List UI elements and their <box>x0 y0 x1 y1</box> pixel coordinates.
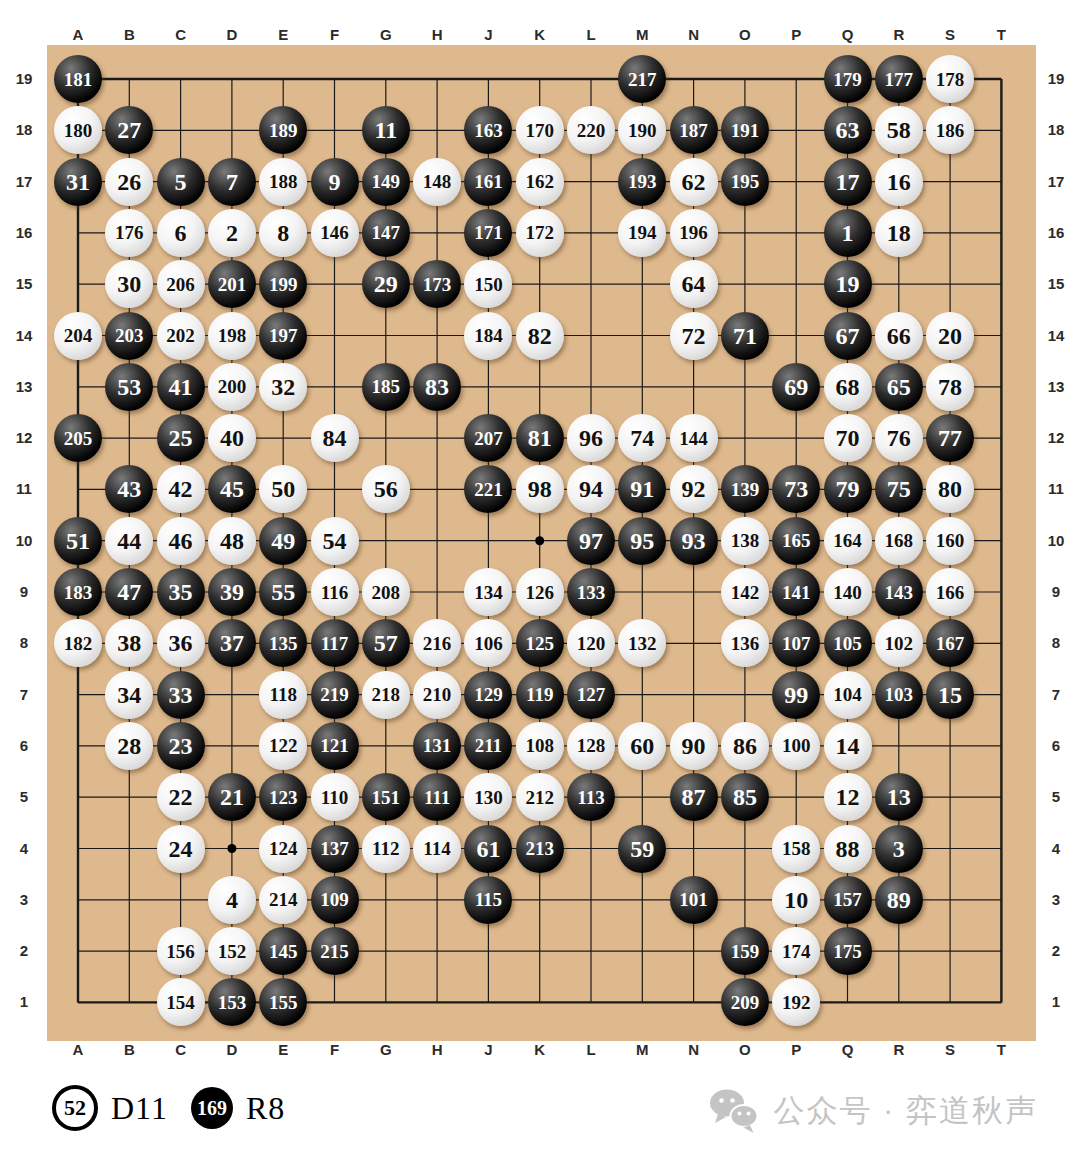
move-number: 153 <box>218 993 247 1012</box>
stone-R14: 66 <box>875 312 923 360</box>
move-number: 204 <box>64 326 93 345</box>
stone-O18: 191 <box>721 106 769 154</box>
move-number: 156 <box>166 942 195 961</box>
stone-D2: 152 <box>208 927 256 975</box>
move-number: 54 <box>323 529 347 553</box>
stone-D3: 4 <box>208 876 256 924</box>
column-label-bottom-G: G <box>371 1041 401 1058</box>
column-label-bottom-D: D <box>217 1041 247 1058</box>
stone-R9: 143 <box>875 568 923 616</box>
stone-F2: 215 <box>311 927 359 975</box>
move-number: 3 <box>893 837 905 861</box>
move-number: 28 <box>117 734 141 758</box>
move-number: 142 <box>731 583 760 602</box>
move-number: 129 <box>474 685 503 704</box>
move-number: 50 <box>271 477 295 501</box>
stone-O9: 142 <box>721 568 769 616</box>
move-number: 174 <box>782 942 811 961</box>
move-number: 95 <box>630 529 654 553</box>
stone-D14: 198 <box>208 312 256 360</box>
stone-B16: 176 <box>105 209 153 257</box>
row-label-right-1: 1 <box>1040 993 1072 1010</box>
row-label-left-2: 2 <box>8 942 40 959</box>
column-label-bottom-K: K <box>525 1041 555 1058</box>
row-label-right-12: 12 <box>1040 429 1072 446</box>
stone-G9: 208 <box>362 568 410 616</box>
move-number: 207 <box>474 429 503 448</box>
stone-C11: 42 <box>157 465 205 513</box>
move-number: 150 <box>474 275 503 294</box>
move-number: 131 <box>423 736 452 755</box>
move-number: 210 <box>423 685 452 704</box>
stone-J7: 129 <box>464 671 512 719</box>
move-number: 143 <box>885 583 914 602</box>
stone-C13: 41 <box>157 363 205 411</box>
stone-A10: 51 <box>54 517 102 565</box>
stone-N17: 62 <box>670 158 718 206</box>
move-number: 37 <box>220 631 244 655</box>
move-number: 33 <box>169 683 193 707</box>
stone-P3: 10 <box>772 876 820 924</box>
move-number: 63 <box>836 118 860 142</box>
move-number: 184 <box>474 326 503 345</box>
stone-G13: 185 <box>362 363 410 411</box>
row-label-left-6: 6 <box>8 737 40 754</box>
stone-C2: 156 <box>157 927 205 975</box>
stone-F17: 9 <box>311 158 359 206</box>
caption-black-point: R8 <box>246 1090 285 1127</box>
stone-D10: 48 <box>208 517 256 565</box>
move-number: 39 <box>220 580 244 604</box>
move-number: 24 <box>169 837 193 861</box>
move-number: 206 <box>166 275 195 294</box>
move-number: 58 <box>887 118 911 142</box>
move-number: 38 <box>117 631 141 655</box>
move-number: 179 <box>833 70 862 89</box>
move-number: 221 <box>474 480 503 499</box>
row-label-right-5: 5 <box>1040 788 1072 805</box>
move-number: 68 <box>836 375 860 399</box>
column-label-top-P: P <box>781 26 811 43</box>
stone-K18: 170 <box>516 106 564 154</box>
stone-G11: 56 <box>362 465 410 513</box>
stone-R7: 103 <box>875 671 923 719</box>
stone-Q11: 79 <box>824 465 872 513</box>
stone-N15: 64 <box>670 260 718 308</box>
move-number: 185 <box>372 377 401 396</box>
move-number: 154 <box>166 993 195 1012</box>
move-number: 194 <box>628 223 657 242</box>
move-number: 137 <box>320 839 349 858</box>
column-label-top-H: H <box>422 26 452 43</box>
move-number: 115 <box>475 890 502 909</box>
move-number: 94 <box>579 477 603 501</box>
move-number: 192 <box>782 993 811 1012</box>
move-number: 145 <box>269 942 298 961</box>
stone-R3: 89 <box>875 876 923 924</box>
move-number: 173 <box>423 275 452 294</box>
column-label-bottom-R: R <box>884 1041 914 1058</box>
stone-N16: 196 <box>670 209 718 257</box>
caption-white-move-number: 52 <box>64 1095 86 1121</box>
move-number: 23 <box>169 734 193 758</box>
move-number: 47 <box>117 580 141 604</box>
stone-L7: 127 <box>567 671 615 719</box>
move-number: 198 <box>218 326 247 345</box>
move-number: 160 <box>936 531 965 550</box>
stone-S13: 78 <box>926 363 974 411</box>
move-number: 100 <box>782 736 811 755</box>
stone-G17: 149 <box>362 158 410 206</box>
stone-M16: 194 <box>618 209 666 257</box>
stone-E2: 145 <box>259 927 307 975</box>
move-number: 121 <box>320 736 349 755</box>
move-number: 55 <box>271 580 295 604</box>
move-number: 139 <box>731 480 760 499</box>
stone-J14: 184 <box>464 312 512 360</box>
move-number: 135 <box>269 634 298 653</box>
column-label-bottom-H: H <box>422 1041 452 1058</box>
move-number: 216 <box>423 634 452 653</box>
stone-K9: 126 <box>516 568 564 616</box>
stone-R18: 58 <box>875 106 923 154</box>
move-number: 46 <box>169 529 193 553</box>
stone-D5: 21 <box>208 773 256 821</box>
stone-R4: 3 <box>875 825 923 873</box>
row-label-right-9: 9 <box>1040 583 1072 600</box>
stone-E17: 188 <box>259 158 307 206</box>
stone-G5: 151 <box>362 773 410 821</box>
column-label-bottom-F: F <box>320 1041 350 1058</box>
move-number: 107 <box>782 634 811 653</box>
stone-D12: 40 <box>208 414 256 462</box>
move-number: 90 <box>682 734 706 758</box>
row-label-right-14: 14 <box>1040 327 1072 344</box>
stone-Q13: 68 <box>824 363 872 411</box>
move-number: 201 <box>218 275 247 294</box>
move-number: 10 <box>784 888 808 912</box>
stone-M17: 193 <box>618 158 666 206</box>
stone-M10: 95 <box>618 517 666 565</box>
stone-F6: 121 <box>311 722 359 770</box>
move-number: 91 <box>630 477 654 501</box>
row-label-left-15: 15 <box>8 275 40 292</box>
move-number: 146 <box>320 223 349 242</box>
move-number: 7 <box>226 170 238 194</box>
stone-H6: 131 <box>413 722 461 770</box>
stone-G7: 218 <box>362 671 410 719</box>
stone-F8: 117 <box>311 619 359 667</box>
stone-J17: 161 <box>464 158 512 206</box>
move-number: 57 <box>374 631 398 655</box>
stone-P9: 141 <box>772 568 820 616</box>
stone-K14: 82 <box>516 312 564 360</box>
row-label-left-3: 3 <box>8 891 40 908</box>
move-number: 158 <box>782 839 811 858</box>
stone-C17: 5 <box>157 158 205 206</box>
stone-Q10: 164 <box>824 517 872 565</box>
column-label-bottom-J: J <box>473 1041 503 1058</box>
stone-H17: 148 <box>413 158 461 206</box>
move-number: 215 <box>320 942 349 961</box>
stone-A8: 182 <box>54 619 102 667</box>
move-number: 182 <box>64 634 93 653</box>
move-number: 87 <box>682 785 706 809</box>
column-label-bottom-M: M <box>627 1041 657 1058</box>
move-number: 217 <box>628 70 657 89</box>
column-label-top-T: T <box>986 26 1016 43</box>
move-number: 183 <box>64 583 93 602</box>
move-number: 64 <box>682 272 706 296</box>
move-number: 85 <box>733 785 757 809</box>
caption-white-point: D11 <box>111 1090 168 1127</box>
row-label-left-11: 11 <box>8 480 40 497</box>
stone-C15: 206 <box>157 260 205 308</box>
stone-E3: 214 <box>259 876 307 924</box>
move-number: 105 <box>833 634 862 653</box>
move-number: 110 <box>321 788 348 807</box>
stone-K4: 213 <box>516 825 564 873</box>
move-number: 114 <box>423 839 450 858</box>
move-number: 181 <box>64 70 93 89</box>
stone-G16: 147 <box>362 209 410 257</box>
stone-K17: 162 <box>516 158 564 206</box>
move-number: 40 <box>220 426 244 450</box>
move-number: 120 <box>577 634 606 653</box>
move-number: 43 <box>117 477 141 501</box>
stone-R12: 76 <box>875 414 923 462</box>
stone-S10: 160 <box>926 517 974 565</box>
move-number: 189 <box>269 121 298 140</box>
move-number: 214 <box>269 890 298 909</box>
stone-R10: 168 <box>875 517 923 565</box>
move-number: 103 <box>885 685 914 704</box>
column-label-bottom-Q: Q <box>833 1041 863 1058</box>
stone-Q19: 179 <box>824 55 872 103</box>
stone-L10: 97 <box>567 517 615 565</box>
stone-Q6: 14 <box>824 722 872 770</box>
move-number: 130 <box>474 788 503 807</box>
caption-white-stone: 52 <box>52 1085 98 1131</box>
stone-F7: 219 <box>311 671 359 719</box>
column-label-bottom-O: O <box>730 1041 760 1058</box>
move-number: 32 <box>271 375 295 399</box>
move-number: 49 <box>271 529 295 553</box>
move-number: 219 <box>320 685 349 704</box>
stone-S7: 15 <box>926 671 974 719</box>
stone-C8: 36 <box>157 619 205 667</box>
move-caption: 52 D11 169 R8 <box>52 1082 295 1134</box>
row-label-left-13: 13 <box>8 378 40 395</box>
move-number: 124 <box>269 839 298 858</box>
stone-K7: 119 <box>516 671 564 719</box>
row-label-left-8: 8 <box>8 634 40 651</box>
move-number: 20 <box>938 324 962 348</box>
stone-F12: 84 <box>311 414 359 462</box>
move-number: 76 <box>887 426 911 450</box>
move-number: 42 <box>169 477 193 501</box>
stone-Q5: 12 <box>824 773 872 821</box>
stone-B9: 47 <box>105 568 153 616</box>
watermark-text: 公众号 · 弈道秋声 <box>773 1090 1038 1132</box>
move-number: 199 <box>269 275 298 294</box>
move-number: 133 <box>577 583 606 602</box>
stone-Q17: 17 <box>824 158 872 206</box>
move-number: 134 <box>474 583 503 602</box>
stone-N11: 92 <box>670 465 718 513</box>
row-label-left-19: 19 <box>8 70 40 87</box>
move-number: 81 <box>528 426 552 450</box>
stone-B7: 34 <box>105 671 153 719</box>
stone-S14: 20 <box>926 312 974 360</box>
stone-C16: 6 <box>157 209 205 257</box>
move-number: 73 <box>784 477 808 501</box>
move-number: 193 <box>628 172 657 191</box>
column-label-top-J: J <box>473 26 503 43</box>
stone-G8: 57 <box>362 619 410 667</box>
stone-R16: 18 <box>875 209 923 257</box>
stone-N3: 101 <box>670 876 718 924</box>
column-label-bottom-C: C <box>166 1041 196 1058</box>
row-label-left-1: 1 <box>8 993 40 1010</box>
move-number: 70 <box>836 426 860 450</box>
move-number: 53 <box>117 375 141 399</box>
stone-G18: 11 <box>362 106 410 154</box>
move-number: 22 <box>169 785 193 809</box>
move-number: 163 <box>474 121 503 140</box>
stone-H15: 173 <box>413 260 461 308</box>
move-number: 144 <box>679 429 708 448</box>
stone-F4: 137 <box>311 825 359 873</box>
row-label-right-16: 16 <box>1040 224 1072 241</box>
stone-C1: 154 <box>157 978 205 1026</box>
move-number: 132 <box>628 634 657 653</box>
move-number: 11 <box>374 118 397 142</box>
column-label-top-F: F <box>320 26 350 43</box>
stone-O5: 85 <box>721 773 769 821</box>
stone-O14: 71 <box>721 312 769 360</box>
move-number: 180 <box>64 121 93 140</box>
move-number: 164 <box>833 531 862 550</box>
move-number: 102 <box>885 634 914 653</box>
stone-C9: 35 <box>157 568 205 616</box>
stone-Q15: 19 <box>824 260 872 308</box>
stone-G15: 29 <box>362 260 410 308</box>
row-label-left-10: 10 <box>8 532 40 549</box>
move-number: 106 <box>474 634 503 653</box>
stone-P13: 69 <box>772 363 820 411</box>
move-number: 92 <box>682 477 706 501</box>
stone-C14: 202 <box>157 312 205 360</box>
stone-F5: 110 <box>311 773 359 821</box>
stone-F3: 109 <box>311 876 359 924</box>
stone-H13: 83 <box>413 363 461 411</box>
stone-D11: 45 <box>208 465 256 513</box>
go-diagram-page: AABBCCDDEEFFGGHHJJKKLLMMNNOOPPQQRRSSTT19… <box>0 0 1080 1156</box>
stone-B17: 26 <box>105 158 153 206</box>
stone-C4: 24 <box>157 825 205 873</box>
move-number: 218 <box>372 685 401 704</box>
stone-O1: 209 <box>721 978 769 1026</box>
stone-Q8: 105 <box>824 619 872 667</box>
column-label-top-O: O <box>730 26 760 43</box>
stone-B6: 28 <box>105 722 153 770</box>
move-number: 168 <box>885 531 914 550</box>
stone-C6: 23 <box>157 722 205 770</box>
move-number: 74 <box>630 426 654 450</box>
stone-B10: 44 <box>105 517 153 565</box>
row-label-right-8: 8 <box>1040 634 1072 651</box>
stone-E7: 118 <box>259 671 307 719</box>
move-number: 209 <box>731 993 760 1012</box>
stone-K16: 172 <box>516 209 564 257</box>
move-number: 127 <box>577 685 606 704</box>
move-number: 61 <box>476 837 500 861</box>
move-number: 15 <box>938 683 962 707</box>
stone-M4: 59 <box>618 825 666 873</box>
move-number: 213 <box>525 839 554 858</box>
move-number: 29 <box>374 272 398 296</box>
stone-A19: 181 <box>54 55 102 103</box>
move-number: 79 <box>836 477 860 501</box>
move-number: 2 <box>226 221 238 245</box>
stone-K11: 98 <box>516 465 564 513</box>
move-number: 99 <box>784 683 808 707</box>
stone-P10: 165 <box>772 517 820 565</box>
stone-M19: 217 <box>618 55 666 103</box>
row-label-left-18: 18 <box>8 121 40 138</box>
column-label-top-B: B <box>114 26 144 43</box>
move-number: 161 <box>474 172 503 191</box>
column-label-bottom-E: E <box>268 1041 298 1058</box>
stone-L5: 113 <box>567 773 615 821</box>
row-label-right-11: 11 <box>1040 480 1072 497</box>
stone-A18: 180 <box>54 106 102 154</box>
stone-K12: 81 <box>516 414 564 462</box>
move-number: 140 <box>833 583 862 602</box>
move-number: 203 <box>115 326 144 345</box>
stone-D15: 201 <box>208 260 256 308</box>
stone-J4: 61 <box>464 825 512 873</box>
row-label-right-2: 2 <box>1040 942 1072 959</box>
stone-P2: 174 <box>772 927 820 975</box>
move-number: 175 <box>833 942 862 961</box>
move-number: 72 <box>682 324 706 348</box>
stone-J16: 171 <box>464 209 512 257</box>
move-number: 69 <box>784 375 808 399</box>
move-number: 172 <box>525 223 554 242</box>
move-number: 123 <box>269 788 298 807</box>
move-number: 155 <box>269 993 298 1012</box>
column-label-bottom-P: P <box>781 1041 811 1058</box>
move-number: 149 <box>372 172 401 191</box>
stone-D13: 200 <box>208 363 256 411</box>
move-number: 136 <box>731 634 760 653</box>
move-number: 56 <box>374 477 398 501</box>
stone-N10: 93 <box>670 517 718 565</box>
stone-B13: 53 <box>105 363 153 411</box>
stone-N14: 72 <box>670 312 718 360</box>
column-label-top-S: S <box>935 26 965 43</box>
column-label-top-N: N <box>679 26 709 43</box>
move-number: 51 <box>66 529 90 553</box>
move-number: 125 <box>525 634 554 653</box>
stone-A9: 183 <box>54 568 102 616</box>
stone-F16: 146 <box>311 209 359 257</box>
row-label-right-7: 7 <box>1040 686 1072 703</box>
row-label-right-3: 3 <box>1040 891 1072 908</box>
move-number: 71 <box>733 324 757 348</box>
